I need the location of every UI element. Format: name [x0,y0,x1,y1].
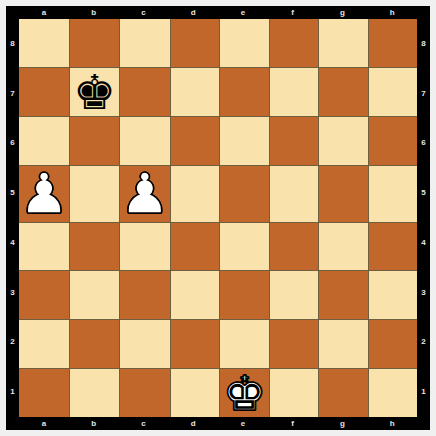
file-label-d: d [168,420,218,428]
square-b4[interactable] [70,223,118,271]
square-g4[interactable] [319,223,367,271]
square-a2[interactable] [19,320,69,368]
square-a3[interactable] [19,271,69,319]
square-b2[interactable] [70,320,118,368]
square-f5[interactable] [270,166,318,222]
square-c3[interactable] [120,271,170,319]
square-h2[interactable] [369,320,417,368]
square-d1[interactable] [171,369,219,417]
white-pawn-c5[interactable]: ♟ [120,166,170,222]
square-g8[interactable] [319,19,367,67]
square-h4[interactable] [369,223,417,271]
square-f1[interactable] [270,369,318,417]
square-a1[interactable] [19,369,69,417]
file-labels-bottom: abcdefgh [19,417,417,430]
square-h8[interactable] [369,19,417,67]
square-e1[interactable]: ♚ [220,369,268,417]
square-e4[interactable] [220,223,268,271]
rank-label-7: 7 [421,90,425,98]
file-label-g: g [318,420,368,428]
square-h6[interactable] [369,117,417,165]
rank-label-6: 6 [10,139,14,147]
board-frame: abcdefgh 87654321 ♚♟♟♚ 87654321 abcdefgh [6,6,430,430]
square-a6[interactable] [19,117,69,165]
rank-label-1: 1 [10,388,14,396]
square-g5[interactable] [319,166,367,222]
square-c7[interactable] [120,68,170,116]
frame-corner-top-right [417,6,430,19]
rank-label-6: 6 [421,139,425,147]
square-b6[interactable] [70,117,118,165]
square-d2[interactable] [171,320,219,368]
square-e6[interactable] [220,117,268,165]
square-a7[interactable] [19,68,69,116]
frame-corner-top-left [6,6,19,19]
file-label-a: a [19,420,69,428]
square-f6[interactable] [270,117,318,165]
file-label-h: h [367,420,417,428]
rank-label-3: 3 [421,289,425,297]
file-label-f: f [268,9,318,17]
rank-label-8: 8 [10,40,14,48]
rank-label-7: 7 [10,90,14,98]
square-b8[interactable] [70,19,118,67]
rank-labels-left: 87654321 [6,19,19,417]
square-c8[interactable] [120,19,170,67]
square-b7[interactable]: ♚ [70,68,118,116]
frame-corner-bottom-left [6,417,19,430]
square-d8[interactable] [171,19,219,67]
square-e8[interactable] [220,19,268,67]
rank-label-8: 8 [421,40,425,48]
square-g3[interactable] [319,271,367,319]
square-b3[interactable] [70,271,118,319]
white-king-e1[interactable]: ♚ [223,369,266,417]
file-label-e: e [218,9,268,17]
square-h5[interactable] [369,166,417,222]
file-label-f: f [268,420,318,428]
square-g1[interactable] [319,369,367,417]
square-a8[interactable] [19,19,69,67]
file-label-a: a [19,9,69,17]
file-label-g: g [318,9,368,17]
rank-label-4: 4 [10,239,14,247]
rank-label-2: 2 [10,338,14,346]
square-e5[interactable] [220,166,268,222]
square-f3[interactable] [270,271,318,319]
frame-corner-bottom-right [417,417,430,430]
square-h7[interactable] [369,68,417,116]
file-label-b: b [69,9,119,17]
chess-diagram-page: abcdefgh 87654321 ♚♟♟♚ 87654321 abcdefgh [0,0,436,436]
square-e2[interactable] [220,320,268,368]
chess-board: ♚♟♟♚ [19,19,417,417]
file-label-c: c [119,9,169,17]
square-f8[interactable] [270,19,318,67]
square-d3[interactable] [171,271,219,319]
rank-label-1: 1 [421,388,425,396]
rank-label-4: 4 [421,239,425,247]
rank-label-3: 3 [10,289,14,297]
square-e7[interactable] [220,68,268,116]
square-f2[interactable] [270,320,318,368]
square-e3[interactable] [220,271,268,319]
square-b1[interactable] [70,369,118,417]
square-c1[interactable] [120,369,170,417]
square-f7[interactable] [270,68,318,116]
file-label-h: h [367,9,417,17]
rank-label-5: 5 [10,189,14,197]
square-g7[interactable] [319,68,367,116]
square-h1[interactable] [369,369,417,417]
square-c5[interactable]: ♟ [120,166,170,222]
rank-label-5: 5 [421,189,425,197]
square-f4[interactable] [270,223,318,271]
file-label-d: d [168,9,218,17]
square-d4[interactable] [171,223,219,271]
square-c4[interactable] [120,223,170,271]
black-king-b7[interactable]: ♚ [73,68,116,116]
square-a5[interactable]: ♟ [19,166,69,222]
square-g2[interactable] [319,320,367,368]
square-b5[interactable] [70,166,118,222]
square-c2[interactable] [120,320,170,368]
square-c6[interactable] [120,117,170,165]
square-h3[interactable] [369,271,417,319]
rank-labels-right: 87654321 [417,19,430,417]
square-g6[interactable] [319,117,367,165]
rank-label-2: 2 [421,338,425,346]
file-label-b: b [69,420,119,428]
square-a4[interactable] [19,223,69,271]
file-label-c: c [119,420,169,428]
square-d6[interactable] [171,117,219,165]
file-labels-top: abcdefgh [19,6,417,19]
square-d7[interactable] [171,68,219,116]
square-d5[interactable] [171,166,219,222]
white-pawn-a5[interactable]: ♟ [19,166,69,222]
